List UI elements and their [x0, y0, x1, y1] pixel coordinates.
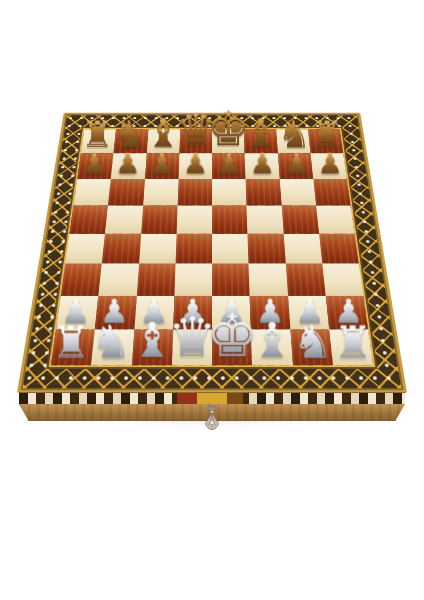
- clasp-icon: [202, 406, 222, 433]
- chess-board: ♜♞♝♛♚♝♞♜♟♟♟♟♟♟♟♟♟♟♟♟♟♟♟♟♜♞♝♛♚♝♞♜: [17, 113, 407, 393]
- board-frame-inlay: ♜♞♝♛♚♝♞♜♟♟♟♟♟♟♟♟♟♟♟♟♟♟♟♟♜♞♝♛♚♝♞♜: [17, 113, 407, 393]
- square-g5[interactable]: [281, 205, 319, 233]
- square-b5[interactable]: [105, 205, 143, 233]
- square-h7[interactable]: ♟: [310, 153, 346, 178]
- square-f3[interactable]: [249, 264, 288, 296]
- square-d5[interactable]: [176, 205, 212, 233]
- square-b6[interactable]: [108, 179, 145, 206]
- square-f6[interactable]: [246, 179, 282, 206]
- square-c5[interactable]: [141, 205, 178, 233]
- square-a5[interactable]: [70, 205, 109, 233]
- square-b3[interactable]: [99, 264, 139, 296]
- board-squares: ♜♞♝♛♚♝♞♜♟♟♟♟♟♟♟♟♟♟♟♟♟♟♟♟♜♞♝♛♚♝♞♜: [51, 129, 373, 365]
- square-c6[interactable]: [143, 179, 179, 206]
- piece-black-pawn[interactable]: ♟: [305, 149, 355, 178]
- box-front-panel: [19, 392, 405, 421]
- square-d3[interactable]: [174, 264, 212, 296]
- square-d4[interactable]: [175, 234, 212, 264]
- square-e3[interactable]: [212, 264, 250, 296]
- edge-inlay-strip: [19, 392, 405, 404]
- square-a3[interactable]: [61, 264, 102, 296]
- square-g6[interactable]: [279, 179, 316, 206]
- square-g4[interactable]: [283, 234, 322, 264]
- square-h5[interactable]: [316, 205, 355, 233]
- square-e5[interactable]: [212, 205, 248, 233]
- product-photo-scene: ♜♞♝♛♚♝♞♜♟♟♟♟♟♟♟♟♟♟♟♟♟♟♟♟♜♞♝♛♚♝♞♜: [0, 0, 424, 600]
- square-d6[interactable]: [177, 179, 212, 206]
- square-h1[interactable]: ♜: [329, 329, 373, 365]
- square-a4[interactable]: [65, 234, 105, 264]
- square-h4[interactable]: [319, 234, 359, 264]
- square-g3[interactable]: [285, 264, 325, 296]
- square-a6[interactable]: [74, 179, 111, 206]
- piece-white-rook[interactable]: ♜: [323, 320, 383, 364]
- board-perspective-wrapper: ♜♞♝♛♚♝♞♜♟♟♟♟♟♟♟♟♟♟♟♟♟♟♟♟♜♞♝♛♚♝♞♜: [17, 3, 407, 393]
- square-h3[interactable]: [322, 264, 363, 296]
- square-c4[interactable]: [139, 234, 177, 264]
- square-e4[interactable]: [212, 234, 249, 264]
- square-h6[interactable]: [313, 179, 350, 206]
- square-f5[interactable]: [247, 205, 284, 233]
- square-c3[interactable]: [136, 264, 175, 296]
- square-f4[interactable]: [248, 234, 286, 264]
- square-b4[interactable]: [102, 234, 141, 264]
- square-e6[interactable]: [212, 179, 247, 206]
